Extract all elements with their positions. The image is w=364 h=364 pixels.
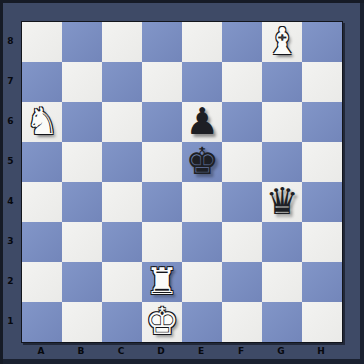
rank-label: 3 (0, 221, 21, 261)
square-f1[interactable] (222, 302, 262, 342)
square-f2[interactable] (222, 262, 262, 302)
file-label: E (181, 342, 221, 359)
file-label: G (261, 342, 301, 359)
rank-labels: 87654321 (0, 21, 21, 341)
board-frame: ♝♞♟♚♛♜♚ 87654321 ABCDEFGH (0, 0, 364, 364)
file-label: B (61, 342, 101, 359)
square-d6[interactable] (142, 102, 182, 142)
square-d5[interactable] (142, 142, 182, 182)
piece-black-queen[interactable]: ♛ (265, 182, 298, 222)
square-h3[interactable] (302, 222, 342, 262)
square-f8[interactable] (222, 22, 262, 62)
square-g8[interactable]: ♝ (262, 22, 302, 62)
piece-white-knight[interactable]: ♞ (25, 102, 58, 142)
square-f5[interactable] (222, 142, 262, 182)
square-d7[interactable] (142, 62, 182, 102)
square-h6[interactable] (302, 102, 342, 142)
square-c1[interactable] (102, 302, 142, 342)
piece-white-king[interactable]: ♚ (145, 302, 178, 342)
square-f7[interactable] (222, 62, 262, 102)
square-g7[interactable] (262, 62, 302, 102)
chess-board: ♝♞♟♚♛♜♚ (21, 21, 343, 343)
piece-black-king[interactable]: ♚ (185, 142, 218, 182)
square-h7[interactable] (302, 62, 342, 102)
square-h1[interactable] (302, 302, 342, 342)
piece-white-bishop[interactable]: ♝ (265, 22, 298, 62)
file-labels: ABCDEFGH (21, 342, 341, 359)
rank-label: 1 (0, 301, 21, 341)
file-label: C (101, 342, 141, 359)
square-e6[interactable]: ♟ (182, 102, 222, 142)
square-a8[interactable] (22, 22, 62, 62)
square-d4[interactable] (142, 182, 182, 222)
square-h5[interactable] (302, 142, 342, 182)
rank-label: 6 (0, 101, 21, 141)
square-a7[interactable] (22, 62, 62, 102)
square-g6[interactable] (262, 102, 302, 142)
square-b3[interactable] (62, 222, 102, 262)
square-b2[interactable] (62, 262, 102, 302)
square-e3[interactable] (182, 222, 222, 262)
square-c3[interactable] (102, 222, 142, 262)
rank-label: 8 (0, 21, 21, 61)
square-b5[interactable] (62, 142, 102, 182)
square-c7[interactable] (102, 62, 142, 102)
rank-label: 5 (0, 141, 21, 181)
square-g5[interactable] (262, 142, 302, 182)
square-d1[interactable]: ♚ (142, 302, 182, 342)
square-f6[interactable] (222, 102, 262, 142)
square-c5[interactable] (102, 142, 142, 182)
square-b1[interactable] (62, 302, 102, 342)
square-g2[interactable] (262, 262, 302, 302)
square-d3[interactable] (142, 222, 182, 262)
square-b8[interactable] (62, 22, 102, 62)
square-e1[interactable] (182, 302, 222, 342)
square-h4[interactable] (302, 182, 342, 222)
square-e5[interactable]: ♚ (182, 142, 222, 182)
square-h2[interactable] (302, 262, 342, 302)
square-d8[interactable] (142, 22, 182, 62)
square-g4[interactable]: ♛ (262, 182, 302, 222)
file-label: F (221, 342, 261, 359)
square-e8[interactable] (182, 22, 222, 62)
square-c6[interactable] (102, 102, 142, 142)
square-a5[interactable] (22, 142, 62, 182)
square-a3[interactable] (22, 222, 62, 262)
square-f4[interactable] (222, 182, 262, 222)
rank-label: 4 (0, 181, 21, 221)
piece-white-rook[interactable]: ♜ (145, 262, 178, 302)
rank-label: 7 (0, 61, 21, 101)
file-label: H (301, 342, 341, 359)
square-b6[interactable] (62, 102, 102, 142)
square-a2[interactable] (22, 262, 62, 302)
square-a6[interactable]: ♞ (22, 102, 62, 142)
square-d2[interactable]: ♜ (142, 262, 182, 302)
rank-label: 2 (0, 261, 21, 301)
square-g3[interactable] (262, 222, 302, 262)
square-a4[interactable] (22, 182, 62, 222)
square-h8[interactable] (302, 22, 342, 62)
square-b7[interactable] (62, 62, 102, 102)
piece-black-pawn[interactable]: ♟ (185, 102, 218, 142)
square-c8[interactable] (102, 22, 142, 62)
square-b4[interactable] (62, 182, 102, 222)
square-a1[interactable] (22, 302, 62, 342)
square-e2[interactable] (182, 262, 222, 302)
file-label: D (141, 342, 181, 359)
square-e7[interactable] (182, 62, 222, 102)
square-g1[interactable] (262, 302, 302, 342)
square-f3[interactable] (222, 222, 262, 262)
square-e4[interactable] (182, 182, 222, 222)
square-c2[interactable] (102, 262, 142, 302)
file-label: A (21, 342, 61, 359)
square-c4[interactable] (102, 182, 142, 222)
